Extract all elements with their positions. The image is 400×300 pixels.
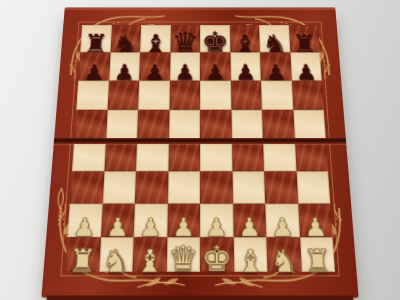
square-b2[interactable]: ♟ [100, 204, 134, 238]
square-e7[interactable]: ♟ [200, 52, 230, 80]
square-b8[interactable]: ♞ [110, 25, 141, 52]
square-f5[interactable] [231, 110, 263, 140]
board-bottom-edge [46, 295, 353, 300]
piece-white-knight-g1[interactable]: ♞ [270, 247, 299, 276]
square-a7[interactable]: ♟ [78, 52, 110, 80]
piece-white-rook-a1[interactable]: ♜ [68, 247, 97, 276]
square-f7[interactable]: ♟ [230, 52, 261, 80]
square-b1[interactable]: ♞ [99, 237, 134, 272]
piece-white-king-e1[interactable]: ♚ [201, 244, 232, 275]
piece-white-bishop-f1[interactable]: ♝ [236, 247, 264, 276]
square-c5[interactable] [137, 110, 169, 140]
square-e1[interactable]: ♚ [200, 237, 234, 272]
square-h3[interactable] [296, 171, 330, 203]
square-a1[interactable]: ♜ [65, 237, 101, 272]
square-h1[interactable]: ♜ [300, 237, 336, 272]
square-a2[interactable]: ♟ [67, 204, 102, 238]
square-e4[interactable] [200, 140, 232, 171]
square-c6[interactable] [138, 81, 169, 110]
square-c2[interactable]: ♟ [134, 204, 168, 238]
square-h7[interactable]: ♟ [290, 52, 322, 80]
square-a6[interactable] [76, 81, 108, 110]
square-c4[interactable] [136, 140, 169, 171]
square-b4[interactable] [104, 140, 137, 171]
square-c3[interactable] [135, 171, 168, 203]
square-a3[interactable] [70, 171, 104, 203]
square-c1[interactable]: ♝ [132, 237, 166, 272]
square-b6[interactable] [107, 81, 139, 110]
piece-white-bishop-c1[interactable]: ♝ [135, 247, 163, 276]
square-f6[interactable] [230, 81, 261, 110]
square-e8[interactable]: ♚ [200, 25, 230, 52]
square-d1[interactable]: ♛ [166, 237, 200, 272]
board-hinge-seam [54, 138, 346, 144]
square-g3[interactable] [264, 171, 298, 203]
square-e3[interactable] [200, 171, 233, 203]
square-h5[interactable] [293, 110, 326, 140]
square-h4[interactable] [294, 140, 328, 171]
square-g4[interactable] [263, 140, 296, 171]
square-a5[interactable] [74, 110, 107, 140]
square-b7[interactable]: ♟ [109, 52, 140, 80]
square-f3[interactable] [232, 171, 265, 203]
square-d5[interactable] [169, 110, 200, 140]
square-d4[interactable] [168, 140, 200, 171]
square-g2[interactable]: ♟ [265, 204, 299, 238]
square-c7[interactable]: ♟ [139, 52, 170, 80]
square-a4[interactable] [72, 140, 106, 171]
square-g8[interactable]: ♞ [259, 25, 290, 52]
square-d7[interactable]: ♟ [170, 52, 200, 80]
square-f8[interactable]: ♝ [229, 25, 259, 52]
photo-background: ♜♞♝♛♚♝♞♜♟♟♟♟♟♟♟♟♟♟♟♟♟♟♟♟♜♞♝♛♚♝♞♜ [0, 0, 400, 300]
square-h2[interactable]: ♟ [298, 204, 333, 238]
square-g7[interactable]: ♟ [260, 52, 291, 80]
flame-leaf-icon [50, 186, 70, 232]
square-e2[interactable]: ♟ [200, 204, 233, 238]
square-f4[interactable] [231, 140, 264, 171]
piece-black-king-e8[interactable]: ♚ [201, 30, 228, 55]
square-g1[interactable]: ♞ [266, 237, 301, 272]
board-grid: ♜♞♝♛♚♝♞♜♟♟♟♟♟♟♟♟♟♟♟♟♟♟♟♟♜♞♝♛♚♝♞♜ [65, 25, 335, 272]
square-h8[interactable]: ♜ [288, 25, 319, 52]
square-f1[interactable]: ♝ [233, 237, 267, 272]
piece-white-rook-h1[interactable]: ♜ [303, 247, 332, 276]
square-b5[interactable] [106, 110, 139, 140]
square-e5[interactable] [200, 110, 231, 140]
square-g6[interactable] [261, 81, 293, 110]
chess-board: ♜♞♝♛♚♝♞♜♟♟♟♟♟♟♟♟♟♟♟♟♟♟♟♟♜♞♝♛♚♝♞♜ [41, 7, 358, 297]
square-b3[interactable] [102, 171, 136, 203]
square-h6[interactable] [291, 81, 323, 110]
square-d6[interactable] [169, 81, 200, 110]
square-d3[interactable] [167, 171, 200, 203]
square-a8[interactable]: ♜ [80, 25, 111, 52]
piece-white-knight-b1[interactable]: ♞ [101, 247, 130, 276]
square-e6[interactable] [200, 81, 231, 110]
square-d8[interactable]: ♛ [170, 25, 200, 52]
square-f2[interactable]: ♟ [233, 204, 267, 238]
square-g5[interactable] [262, 110, 295, 140]
square-c8[interactable]: ♝ [140, 25, 170, 52]
piece-black-queen-d8[interactable]: ♛ [171, 30, 198, 55]
piece-white-queen-d1[interactable]: ♛ [168, 244, 199, 275]
square-d2[interactable]: ♟ [167, 204, 200, 238]
